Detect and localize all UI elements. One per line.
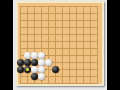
white-stone [24, 52, 31, 59]
grid-line-horizontal [20, 34, 98, 35]
grid-line-vertical [76, 6, 77, 84]
screen [0, 0, 120, 90]
white-stone [38, 66, 45, 73]
white-stone [31, 66, 38, 73]
grid-line-horizontal [20, 6, 98, 7]
letterbox-left [0, 0, 13, 90]
grid-line-horizontal [20, 27, 98, 28]
grid-line-horizontal [20, 83, 98, 84]
white-stone [45, 59, 52, 66]
grid-line-vertical [69, 6, 70, 84]
grid-line-vertical [62, 6, 63, 84]
grid-line-vertical [48, 6, 49, 84]
board-grid[interactable] [18, 3, 102, 84]
last-move-marker [26, 68, 29, 71]
black-stone [24, 59, 31, 66]
black-stone [31, 59, 38, 66]
white-stone [38, 52, 45, 59]
black-stone [52, 66, 59, 73]
grid-line-vertical [83, 6, 84, 84]
black-stone [31, 73, 38, 80]
grid-line-vertical [90, 6, 91, 84]
white-stone [38, 59, 45, 66]
gomoku-board[interactable] [16, 1, 104, 86]
game-area [13, 0, 107, 90]
grid-line-vertical [97, 6, 98, 84]
white-stone [38, 73, 45, 80]
black-stone [17, 59, 24, 66]
grid-line-horizontal [20, 41, 98, 42]
black-stone [17, 66, 24, 73]
white-stone [31, 52, 38, 59]
grid-line-horizontal [20, 48, 98, 49]
grid-line-horizontal [20, 13, 98, 14]
letterbox-right [107, 0, 120, 90]
grid-line-horizontal [20, 20, 98, 21]
